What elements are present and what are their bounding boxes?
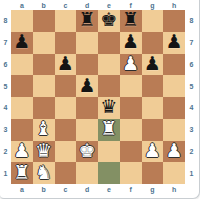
rank-label-8: 8: [0, 10, 11, 32]
square-g4[interactable]: [142, 97, 164, 119]
square-d1[interactable]: [76, 162, 98, 184]
file-label-g: g: [142, 184, 164, 196]
piece-black-pawn: ♟: [166, 32, 183, 51]
rank-label-7: 7: [185, 32, 198, 54]
square-e1[interactable]: [98, 162, 120, 184]
square-c6[interactable]: ♟: [55, 54, 77, 76]
square-a8[interactable]: [11, 10, 33, 32]
square-d5[interactable]: ♟: [76, 75, 98, 97]
rank-label-8: 8: [185, 10, 198, 32]
square-b2[interactable]: ♛: [33, 141, 55, 163]
piece-white-queen: ♛: [35, 141, 52, 160]
file-label-f: f: [120, 184, 142, 196]
square-h5[interactable]: [163, 75, 185, 97]
file-labels-bottom: abcdefgh: [11, 184, 185, 196]
piece-black-pawn: ♟: [13, 32, 30, 51]
rank-label-2: 2: [185, 141, 198, 163]
piece-black-king: ♚: [100, 10, 117, 29]
square-c1[interactable]: [55, 162, 77, 184]
piece-black-pawn: ♟: [122, 32, 139, 51]
rank-label-2: 2: [0, 141, 11, 163]
square-a6[interactable]: [11, 54, 33, 76]
square-e7[interactable]: [98, 32, 120, 54]
square-b5[interactable]: [33, 75, 55, 97]
rank-label-1: 1: [185, 162, 198, 184]
square-a3[interactable]: [11, 119, 33, 141]
piece-white-pawn: ♟: [144, 141, 161, 160]
rank-label-6: 6: [0, 54, 11, 76]
rank-labels-left: 87654321: [0, 10, 11, 184]
rank-label-5: 5: [0, 75, 11, 97]
square-b4[interactable]: [33, 97, 55, 119]
square-c2[interactable]: [55, 141, 77, 163]
square-f4[interactable]: [120, 97, 142, 119]
square-a5[interactable]: [11, 75, 33, 97]
square-g3[interactable]: [142, 119, 164, 141]
piece-white-rook: ♜: [100, 119, 117, 138]
square-b7[interactable]: [33, 32, 55, 54]
rank-label-3: 3: [185, 119, 198, 141]
square-a2[interactable]: ♟: [11, 141, 33, 163]
square-d7[interactable]: [76, 32, 98, 54]
square-c8[interactable]: [55, 10, 77, 32]
square-d2[interactable]: ♚: [76, 141, 98, 163]
rank-label-4: 4: [0, 97, 11, 119]
chess-board-panel: abcdefgh 87654321 ♜♚♜♟♟♟♟♟♟♟♛♝♜♟♛♚♟♟♜♞ 8…: [0, 0, 200, 199]
square-f5[interactable]: [120, 75, 142, 97]
square-d4[interactable]: [76, 97, 98, 119]
square-h6[interactable]: [163, 54, 185, 76]
square-g2[interactable]: ♟: [142, 141, 164, 163]
rank-label-3: 3: [0, 119, 11, 141]
square-h3[interactable]: [163, 119, 185, 141]
square-h2[interactable]: ♟: [163, 141, 185, 163]
square-c4[interactable]: [55, 97, 77, 119]
square-d3[interactable]: [76, 119, 98, 141]
square-e6[interactable]: [98, 54, 120, 76]
square-h8[interactable]: [163, 10, 185, 32]
file-label-a: a: [11, 184, 33, 196]
square-d8[interactable]: ♜: [76, 10, 98, 32]
square-a1[interactable]: ♜: [11, 162, 33, 184]
piece-black-rook: ♜: [79, 10, 96, 29]
piece-white-pawn: ♟: [166, 141, 183, 160]
rank-label-5: 5: [185, 75, 198, 97]
chess-board[interactable]: ♜♚♜♟♟♟♟♟♟♟♛♝♜♟♛♚♟♟♜♞: [11, 10, 185, 184]
square-f2[interactable]: [120, 141, 142, 163]
file-label-c: c: [55, 184, 77, 196]
piece-white-king: ♚: [79, 141, 96, 160]
square-a7[interactable]: ♟: [11, 32, 33, 54]
square-c3[interactable]: [55, 119, 77, 141]
piece-black-rook: ♜: [122, 10, 139, 29]
square-g7[interactable]: [142, 32, 164, 54]
square-f7[interactable]: ♟: [120, 32, 142, 54]
rank-label-7: 7: [0, 32, 11, 54]
rank-label-1: 1: [0, 162, 11, 184]
piece-white-pawn: ♟: [122, 54, 139, 73]
square-e5[interactable]: [98, 75, 120, 97]
piece-black-pawn: ♟: [144, 54, 161, 73]
square-b8[interactable]: [33, 10, 55, 32]
square-b6[interactable]: [33, 54, 55, 76]
square-b1[interactable]: ♞: [33, 162, 55, 184]
square-e3[interactable]: ♜: [98, 119, 120, 141]
square-f3[interactable]: [120, 119, 142, 141]
piece-white-pawn: ♟: [13, 141, 30, 160]
piece-black-pawn: ♟: [57, 54, 74, 73]
piece-white-bishop: ♝: [35, 119, 52, 138]
file-labels-top: abcdefgh: [11, 0, 185, 10]
piece-white-knight: ♞: [35, 163, 52, 182]
file-label-d: d: [76, 184, 98, 196]
piece-black-queen: ♛: [100, 97, 117, 116]
square-g8[interactable]: [142, 10, 164, 32]
square-f8[interactable]: ♜: [120, 10, 142, 32]
square-g5[interactable]: [142, 75, 164, 97]
square-e2[interactable]: [98, 141, 120, 163]
rank-label-6: 6: [185, 54, 198, 76]
square-h4[interactable]: [163, 97, 185, 119]
file-label-b: b: [33, 184, 55, 196]
file-label-h: h: [163, 184, 185, 196]
piece-white-rook: ♜: [13, 163, 30, 182]
square-c5[interactable]: [55, 75, 77, 97]
square-b3[interactable]: ♝: [33, 119, 55, 141]
square-d6[interactable]: [76, 54, 98, 76]
square-h1[interactable]: [163, 162, 185, 184]
square-e8[interactable]: ♚: [98, 10, 120, 32]
square-g6[interactable]: ♟: [142, 54, 164, 76]
square-e4[interactable]: ♛: [98, 97, 120, 119]
square-a4[interactable]: [11, 97, 33, 119]
piece-black-pawn: ♟: [79, 76, 96, 95]
square-h7[interactable]: ♟: [163, 32, 185, 54]
file-label-e: e: [98, 184, 120, 196]
square-f1[interactable]: [120, 162, 142, 184]
rank-labels-right: 87654321: [185, 10, 198, 184]
square-f6[interactable]: ♟: [120, 54, 142, 76]
rank-label-4: 4: [185, 97, 198, 119]
square-g1[interactable]: [142, 162, 164, 184]
square-c7[interactable]: [55, 32, 77, 54]
